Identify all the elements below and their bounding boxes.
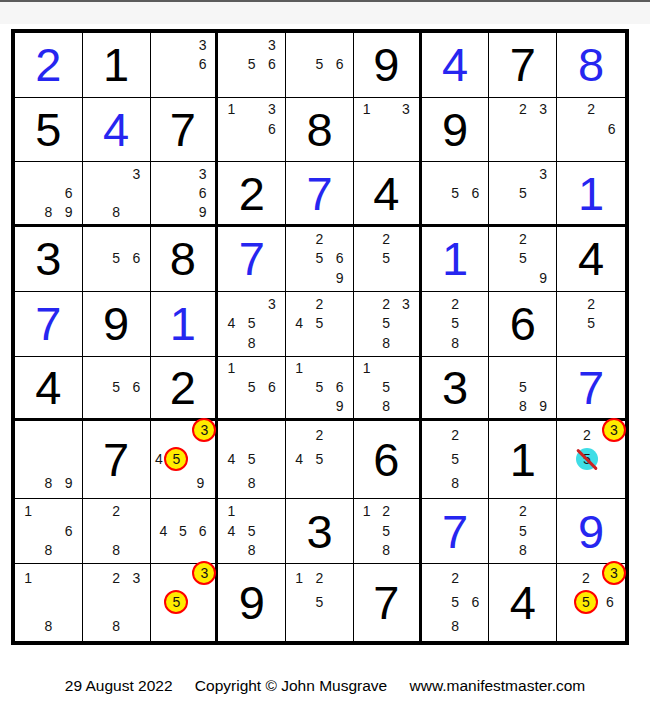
empty-candidate-slot: [126, 359, 146, 378]
empty-candidate-slot: [357, 396, 377, 415]
cell-r6c4[interactable]: 156: [218, 357, 286, 422]
empty-candidate-slot: [106, 268, 126, 288]
empty-candidate-slot: [221, 540, 241, 560]
cell-r6c3[interactable]: 2: [151, 357, 219, 422]
cell-r1c6[interactable]: 9: [354, 33, 422, 98]
empty-candidate-slot: [396, 229, 416, 249]
solved-digit: 1: [578, 170, 604, 217]
candidate-5: 5: [513, 183, 533, 202]
candidate-5: 5: [309, 313, 329, 333]
cell-r9c6[interactable]: 7: [354, 564, 422, 641]
empty-candidate-slot: [289, 294, 309, 314]
cell-r8c3[interactable]: 456: [151, 499, 219, 564]
candidate-6: 6: [262, 55, 282, 75]
candidate-5: 5: [164, 590, 188, 614]
window-edge-strip: [0, 0, 650, 24]
empty-candidate-slot: [38, 501, 58, 521]
empty-candidate-slot: [465, 471, 485, 495]
empty-candidate-slot: [598, 447, 622, 471]
empty-candidate-slot: [309, 396, 329, 415]
candidate-1: 1: [289, 359, 309, 378]
cell-r1c8[interactable]: 7: [489, 33, 557, 98]
cell-r7c8[interactable]: 1: [489, 421, 557, 499]
cell-r5c4[interactable]: 3458: [218, 292, 286, 357]
empty-candidate-slot: [18, 540, 38, 560]
candidate-5: 5: [376, 249, 396, 269]
cell-r7c6[interactable]: 6: [354, 421, 422, 499]
cell-r4c9[interactable]: 4: [557, 227, 625, 292]
candidate-2: 2: [445, 294, 465, 314]
empty-candidate-slot: [581, 139, 602, 159]
candidate-8: 8: [38, 202, 58, 221]
empty-candidate-slot: [465, 614, 485, 638]
candidate-5: 5: [445, 313, 465, 333]
solved-digit: 1: [442, 235, 468, 282]
empty-candidate-slot: [289, 590, 309, 614]
cell-r2c5[interactable]: 8: [286, 98, 354, 163]
empty-candidate-slot: [59, 590, 79, 614]
cell-r3c8[interactable]: 35: [489, 162, 557, 227]
cell-r7c3[interactable]: 3459: [151, 421, 219, 499]
candidate-1: 1: [18, 501, 38, 521]
candidate-2: 2: [445, 566, 465, 590]
cell-r7c1[interactable]: 89: [15, 421, 83, 499]
cell-r3c9[interactable]: 1: [557, 162, 625, 227]
empty-candidate-slot: [425, 590, 445, 614]
empty-candidate-slot: [106, 229, 126, 249]
candidate-4: 4: [154, 447, 165, 471]
empty-candidate-slot: [193, 501, 213, 521]
given-digit: 3: [35, 235, 61, 282]
candidate-6: 6: [330, 249, 350, 269]
cell-r2c3[interactable]: 7: [151, 98, 219, 163]
empty-candidate-slot: [262, 313, 282, 333]
empty-candidate-slot: [425, 423, 445, 447]
empty-candidate-slot: [492, 359, 512, 378]
cell-r5c9[interactable]: 25: [557, 292, 625, 357]
candidate-1: 1: [357, 501, 377, 521]
empty-candidate-slot: [465, 447, 485, 471]
candidate-2: 2: [309, 229, 329, 249]
cell-r9c7[interactable]: 2568: [422, 564, 490, 641]
cell-r8c4[interactable]: 1458: [218, 499, 286, 564]
candidate-8: 8: [376, 540, 396, 560]
empty-candidate-slot: [309, 268, 329, 288]
cell-r7c5[interactable]: 245: [286, 421, 354, 499]
given-digit: 1: [510, 436, 536, 483]
cell-r6c7[interactable]: 3: [422, 357, 490, 422]
empty-candidate-slot: [164, 423, 188, 447]
candidate-2: 2: [106, 566, 126, 590]
candidate-2: 2: [309, 294, 329, 314]
empty-candidate-slot: [106, 164, 126, 183]
cell-r9c4[interactable]: 9: [218, 564, 286, 641]
empty-candidate-slot: [18, 471, 38, 495]
cell-r9c5[interactable]: 125: [286, 564, 354, 641]
candidate-8: 8: [376, 333, 396, 353]
empty-candidate-slot: [18, 164, 38, 183]
empty-candidate-slot: [445, 164, 465, 183]
empty-candidate-slot: [492, 501, 512, 521]
given-digit: 3: [442, 364, 468, 411]
candidate-8: 8: [38, 614, 58, 638]
cell-r9c3[interactable]: 35: [151, 564, 219, 641]
cell-r2c7[interactable]: 9: [422, 98, 490, 163]
empty-candidate-slot: [86, 566, 106, 590]
candidate-1: 1: [221, 100, 241, 120]
cell-r7c9[interactable]: 235: [557, 421, 625, 499]
empty-candidate-slot: [154, 540, 174, 560]
empty-candidate-slot: [262, 423, 282, 447]
cell-r9c8[interactable]: 4: [489, 564, 557, 641]
solved-digit: 7: [35, 300, 61, 347]
empty-candidate-slot: [126, 521, 146, 541]
empty-candidate-slot: [38, 566, 58, 590]
cell-r8c9[interactable]: 9: [557, 499, 625, 564]
empty-candidate-slot: [465, 566, 485, 590]
empty-candidate-slot: [513, 202, 533, 221]
cell-r7c2[interactable]: 7: [83, 421, 151, 499]
given-digit: 7: [103, 436, 129, 483]
candidate-5: 5: [106, 249, 126, 269]
cell-r1c2[interactable]: 1: [83, 33, 151, 98]
empty-candidate-slot: [18, 590, 38, 614]
empty-candidate-slot: [492, 521, 512, 541]
empty-candidate-slot: [221, 333, 241, 353]
empty-candidate-slot: [330, 313, 350, 333]
cell-r9c1[interactable]: 18: [15, 564, 83, 641]
empty-candidate-slot: [492, 377, 512, 396]
empty-candidate-slot: [193, 540, 213, 560]
empty-candidate-slot: [289, 74, 309, 94]
empty-candidate-slot: [242, 359, 262, 378]
cell-r8c8[interactable]: 258: [489, 499, 557, 564]
candidate-5: 5: [376, 313, 396, 333]
candidate-4: 4: [154, 521, 174, 541]
cell-r8c2[interactable]: 28: [83, 499, 151, 564]
empty-candidate-slot: [513, 119, 533, 139]
highlight-circle-yellow: 5: [164, 447, 188, 471]
given-digit: 9: [103, 300, 129, 347]
candidate-6: 6: [262, 377, 282, 396]
cell-r5c5[interactable]: 245: [286, 292, 354, 357]
candidate-3: 3: [533, 100, 553, 120]
empty-candidate-slot: [242, 100, 262, 120]
given-digit: 9: [239, 579, 265, 626]
empty-candidate-slot: [38, 590, 58, 614]
empty-candidate-slot: [193, 74, 213, 94]
empty-candidate-slot: [560, 566, 574, 590]
candidate-2: 2: [309, 566, 329, 590]
empty-candidate-slot: [560, 119, 581, 139]
cell-r5c1[interactable]: 7: [15, 292, 83, 357]
candidate-8: 8: [445, 471, 465, 495]
candidate-9: 9: [59, 471, 79, 495]
given-digit: 5: [35, 106, 61, 153]
cell-r2c4[interactable]: 136: [218, 98, 286, 163]
given-digit: 6: [510, 300, 536, 347]
empty-candidate-slot: [126, 229, 146, 249]
empty-candidate-slot: [357, 119, 377, 139]
empty-candidate-slot: [221, 423, 241, 447]
candidate-6: 6: [598, 590, 622, 614]
empty-candidate-slot: [59, 540, 79, 560]
empty-candidate-slot: [164, 566, 188, 590]
candidate-9: 9: [330, 396, 350, 415]
candidate-3: 3: [262, 100, 282, 120]
empty-candidate-slot: [188, 590, 212, 614]
cell-r3c5[interactable]: 7: [286, 162, 354, 227]
candidate-9: 9: [188, 471, 212, 495]
cell-r3c1[interactable]: 689: [15, 162, 83, 227]
empty-candidate-slot: [221, 471, 241, 495]
empty-candidate-slot: [533, 183, 553, 202]
given-digit: 8: [170, 235, 196, 282]
empty-candidate-slot: [18, 202, 38, 221]
empty-candidate-slot: [465, 202, 485, 221]
cell-r5c2[interactable]: 9: [83, 292, 151, 357]
candidate-8: 8: [38, 540, 58, 560]
empty-candidate-slot: [86, 183, 106, 202]
candidate-5: 5: [242, 377, 262, 396]
candidate-6: 6: [59, 521, 79, 541]
empty-candidate-slot: [330, 359, 350, 378]
candidate-6: 6: [465, 590, 485, 614]
candidate-8: 8: [376, 396, 396, 415]
cell-r1c7[interactable]: 4: [422, 33, 490, 98]
empty-candidate-slot: [601, 333, 622, 353]
empty-candidate-slot: [465, 164, 485, 183]
empty-candidate-slot: [86, 521, 106, 541]
empty-candidate-slot: [126, 540, 146, 560]
empty-candidate-slot: [18, 183, 38, 202]
cell-r8c7[interactable]: 7: [422, 499, 490, 564]
empty-candidate-slot: [513, 139, 533, 159]
empty-candidate-slot: [289, 35, 309, 55]
given-digit: 9: [442, 106, 468, 153]
candidate-8: 8: [513, 540, 533, 560]
empty-candidate-slot: [289, 614, 309, 638]
empty-candidate-slot: [242, 119, 262, 139]
empty-candidate-slot: [289, 423, 309, 447]
empty-candidate-slot: [126, 614, 146, 638]
empty-candidate-slot: [289, 471, 309, 495]
empty-candidate-slot: [221, 377, 241, 396]
cell-r7c4[interactable]: 458: [218, 421, 286, 499]
empty-candidate-slot: [289, 377, 309, 396]
empty-candidate-slot: [86, 590, 106, 614]
cell-r8c5[interactable]: 3: [286, 499, 354, 564]
candidate-5: 5: [309, 249, 329, 269]
cell-r3c3[interactable]: 369: [151, 162, 219, 227]
empty-candidate-slot: [154, 471, 165, 495]
cell-r1c1[interactable]: 2: [15, 33, 83, 98]
empty-candidate-slot: [533, 139, 553, 159]
empty-candidate-slot: [173, 183, 193, 202]
empty-candidate-slot: [126, 396, 146, 415]
empty-candidate-slot: [357, 139, 377, 159]
candidate-6: 6: [59, 183, 79, 202]
empty-candidate-slot: [86, 359, 106, 378]
candidate-1: 1: [221, 501, 241, 521]
given-digit: 3: [306, 508, 332, 555]
empty-candidate-slot: [396, 268, 416, 288]
candidate-6: 6: [126, 249, 146, 269]
empty-candidate-slot: [309, 333, 329, 353]
empty-candidate-slot: [262, 501, 282, 521]
cell-r9c9[interactable]: 2356: [557, 564, 625, 641]
empty-candidate-slot: [289, 268, 309, 288]
empty-candidate-slot: [242, 501, 262, 521]
empty-candidate-slot: [425, 164, 445, 183]
empty-candidate-slot: [262, 359, 282, 378]
candidate-4: 4: [289, 447, 309, 471]
cell-r3c6[interactable]: 4: [354, 162, 422, 227]
cell-r8c1[interactable]: 168: [15, 499, 83, 564]
empty-candidate-slot: [173, 540, 193, 560]
cell-r4c7[interactable]: 1: [422, 227, 490, 292]
cell-r4c6[interactable]: 25: [354, 227, 422, 292]
highlight-circle-yellow: 5: [164, 590, 188, 614]
candidate-9: 9: [533, 396, 553, 415]
empty-candidate-slot: [492, 268, 512, 288]
empty-candidate-slot: [18, 614, 38, 638]
empty-candidate-slot: [289, 55, 309, 75]
given-digit: 2: [170, 364, 196, 411]
candidate-2: 2: [376, 501, 396, 521]
cell-r4c4[interactable]: 7: [218, 227, 286, 292]
empty-candidate-slot: [560, 590, 574, 614]
empty-candidate-slot: [59, 501, 79, 521]
candidate-1: 1: [357, 359, 377, 378]
cell-r5c6[interactable]: 2358: [354, 292, 422, 357]
candidate-4: 4: [221, 447, 241, 471]
empty-candidate-slot: [309, 35, 329, 55]
empty-candidate-slot: [262, 333, 282, 353]
empty-candidate-slot: [59, 423, 79, 447]
cell-r2c6[interactable]: 13: [354, 98, 422, 163]
cell-r4c5[interactable]: 2569: [286, 227, 354, 292]
empty-candidate-slot: [492, 119, 512, 139]
candidate-5: 5: [173, 521, 193, 541]
empty-candidate-slot: [425, 447, 445, 471]
cell-r6c5[interactable]: 1569: [286, 357, 354, 422]
empty-candidate-slot: [560, 333, 581, 353]
empty-candidate-slot: [309, 74, 329, 94]
cell-r5c3[interactable]: 1: [151, 292, 219, 357]
cell-r5c8[interactable]: 6: [489, 292, 557, 357]
empty-candidate-slot: [242, 396, 262, 415]
candidate-3: 3: [188, 566, 212, 590]
empty-candidate-slot: [357, 294, 377, 314]
cell-r1c5[interactable]: 56: [286, 33, 354, 98]
cell-r2c2[interactable]: 4: [83, 98, 151, 163]
cell-r4c3[interactable]: 8: [151, 227, 219, 292]
cell-r3c2[interactable]: 38: [83, 162, 151, 227]
cell-r4c2[interactable]: 56: [83, 227, 151, 292]
candidate-5: 5: [164, 447, 188, 471]
empty-candidate-slot: [560, 614, 574, 638]
cell-r3c4[interactable]: 2: [218, 162, 286, 227]
candidate-5: 5: [513, 521, 533, 541]
empty-candidate-slot: [357, 268, 377, 288]
candidate-5: 5: [106, 377, 126, 396]
candidate-5: 5: [445, 183, 465, 202]
empty-candidate-slot: [126, 590, 146, 614]
empty-candidate-slot: [262, 74, 282, 94]
empty-candidate-slot: [425, 614, 445, 638]
empty-candidate-slot: [357, 521, 377, 541]
cell-r2c8[interactable]: 23: [489, 98, 557, 163]
empty-candidate-slot: [309, 359, 329, 378]
cell-r2c9[interactable]: 26: [557, 98, 625, 163]
empty-candidate-slot: [357, 377, 377, 396]
cell-r6c9[interactable]: 7: [557, 357, 625, 422]
given-digit: 4: [578, 235, 604, 282]
candidate-5: 5: [376, 377, 396, 396]
cell-r6c6[interactable]: 158: [354, 357, 422, 422]
empty-candidate-slot: [38, 423, 58, 447]
cell-r6c2[interactable]: 56: [83, 357, 151, 422]
cell-r8c6[interactable]: 1258: [354, 499, 422, 564]
candidate-8: 8: [106, 202, 126, 221]
empty-candidate-slot: [106, 359, 126, 378]
empty-candidate-slot: [425, 202, 445, 221]
cell-r7c7[interactable]: 258: [422, 421, 490, 499]
empty-candidate-slot: [492, 202, 512, 221]
empty-candidate-slot: [289, 249, 309, 269]
cell-r3c7[interactable]: 56: [422, 162, 490, 227]
given-digit: 4: [510, 579, 536, 626]
solved-digit: 7: [239, 235, 265, 282]
candidate-5: 5: [242, 313, 262, 333]
candidate-9: 9: [533, 268, 553, 288]
footer-copyright: Copyright © John Musgrave: [195, 677, 387, 694]
empty-candidate-slot: [164, 614, 188, 638]
footer: 29 August 2022 Copyright © John Musgrave…: [0, 677, 650, 695]
cell-r6c1[interactable]: 4: [15, 357, 83, 422]
empty-candidate-slot: [396, 139, 416, 159]
cell-r4c8[interactable]: 259: [489, 227, 557, 292]
empty-candidate-slot: [492, 249, 512, 269]
candidate-3: 3: [193, 35, 213, 55]
empty-candidate-slot: [330, 423, 350, 447]
cell-r5c7[interactable]: 258: [422, 292, 490, 357]
candidate-9: 9: [59, 202, 79, 221]
empty-candidate-slot: [330, 229, 350, 249]
candidate-5: 5: [376, 521, 396, 541]
empty-candidate-slot: [560, 313, 581, 333]
candidate-6: 6: [262, 119, 282, 139]
candidate-9: 9: [330, 268, 350, 288]
empty-candidate-slot: [376, 268, 396, 288]
cell-r9c2[interactable]: 238: [83, 564, 151, 641]
cell-r1c9[interactable]: 8: [557, 33, 625, 98]
cell-r1c3[interactable]: 36: [151, 33, 219, 98]
footer-date: 29 August 2022: [65, 677, 173, 694]
candidate-8: 8: [38, 471, 58, 495]
sudoku-board: 2136356569478547136813923266893836927456…: [11, 29, 629, 645]
empty-candidate-slot: [173, 164, 193, 183]
cell-r2c1[interactable]: 5: [15, 98, 83, 163]
cell-r4c1[interactable]: 3: [15, 227, 83, 292]
empty-candidate-slot: [126, 202, 146, 221]
cell-r6c8[interactable]: 589: [489, 357, 557, 422]
empty-candidate-slot: [533, 119, 553, 139]
empty-candidate-slot: [533, 359, 553, 378]
cell-r1c4[interactable]: 356: [218, 33, 286, 98]
empty-candidate-slot: [221, 139, 241, 159]
